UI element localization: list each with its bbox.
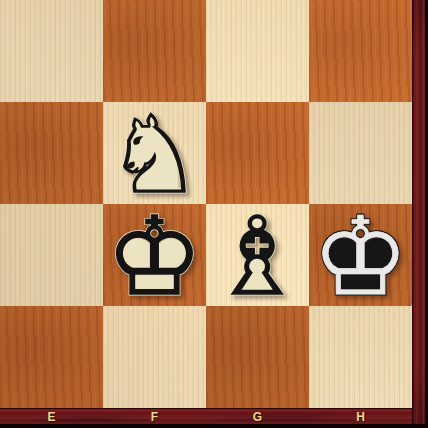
square-h3[interactable]: [309, 102, 412, 204]
file-labels-row: EFGH: [0, 410, 412, 424]
file-label-e: E: [0, 410, 103, 424]
frame-outer-edge-bottom: [0, 424, 428, 428]
piece-glyph-outline: ♔: [309, 204, 412, 306]
square-e2[interactable]: [0, 204, 103, 306]
chessboard-screenshot: ♞♘♚♔♝♗♚♔ EFGH: [0, 0, 428, 428]
file-label-g: G: [206, 410, 309, 424]
square-g1[interactable]: [206, 306, 309, 408]
piece-black-king[interactable]: ♚♔: [309, 204, 412, 306]
file-label-f: F: [103, 410, 206, 424]
piece-white-bishop[interactable]: ♝♗: [206, 204, 309, 306]
square-h4[interactable]: [309, 0, 412, 102]
piece-white-knight[interactable]: ♞♘: [103, 102, 206, 204]
piece-glyph-outline: ♘: [103, 102, 206, 204]
square-h1[interactable]: [309, 306, 412, 408]
square-f4[interactable]: [103, 0, 206, 102]
square-e4[interactable]: [0, 0, 103, 102]
piece-glyph-outline: ♔: [103, 204, 206, 306]
square-g4[interactable]: [206, 0, 309, 102]
piece-glyph-outline: ♗: [206, 204, 309, 306]
square-e3[interactable]: [0, 102, 103, 204]
square-e1[interactable]: [0, 306, 103, 408]
file-label-h: H: [309, 410, 412, 424]
piece-white-king[interactable]: ♚♔: [103, 204, 206, 306]
square-f1[interactable]: [103, 306, 206, 408]
square-g3[interactable]: [206, 102, 309, 204]
